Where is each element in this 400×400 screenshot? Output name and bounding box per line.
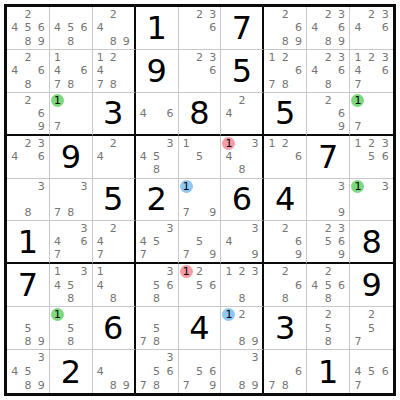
cell-r3c8[interactable]: 269 xyxy=(307,93,350,136)
candidate-6 xyxy=(120,279,133,292)
cell-r4c9[interactable]: 12356 xyxy=(350,136,393,179)
candidate-9 xyxy=(292,379,305,392)
candidate-grid: 12478 xyxy=(93,50,134,92)
candidate-7: 7 xyxy=(51,78,64,91)
cell-value: 8 xyxy=(361,226,381,258)
candidate-8: 8 xyxy=(21,335,34,348)
candidate-5 xyxy=(235,279,248,292)
cell-r4c8[interactable]: 7 xyxy=(307,136,350,179)
candidate-3: 3 xyxy=(379,180,392,193)
candidate-2 xyxy=(64,8,77,21)
cell-r3c9[interactable]: 17 xyxy=(350,93,393,136)
candidate-4: 4 xyxy=(51,64,64,77)
cell-r4c4[interactable]: 3458 xyxy=(136,136,179,179)
candidate-5 xyxy=(322,107,335,120)
cell-r1c9[interactable]: 2346 xyxy=(350,7,393,50)
cell-r8c2[interactable]: 158 xyxy=(50,307,93,350)
candidate-3 xyxy=(206,222,219,235)
cell-r4c6[interactable]: 1348 xyxy=(221,136,264,179)
cell-value: 3 xyxy=(275,312,295,344)
candidate-9: 9 xyxy=(206,379,219,392)
candidate-3: 3 xyxy=(78,180,91,193)
candidate-2: 2 xyxy=(235,94,248,107)
candidate-4 xyxy=(180,64,193,77)
candidate-7 xyxy=(51,335,64,348)
cell-r7c8[interactable]: 24568 xyxy=(307,264,350,307)
candidate-6 xyxy=(35,322,48,335)
candidate-9: 9 xyxy=(120,379,133,392)
cell-r4c1[interactable]: 2346 xyxy=(7,136,50,179)
candidate-grid: 1238 xyxy=(221,264,262,306)
candidate-grid: 17 xyxy=(50,93,92,134)
candidate-5: 5 xyxy=(193,365,206,378)
cell-r6c1[interactable]: 1 xyxy=(7,221,50,264)
candidate-9 xyxy=(163,163,176,176)
candidate-9: 9 xyxy=(206,206,219,219)
cell-r5c7[interactable]: 4 xyxy=(264,179,307,222)
candidate-6: 6 xyxy=(163,279,176,292)
candidate-8: 8 xyxy=(64,35,77,48)
cell-r4c3[interactable]: 24 xyxy=(93,136,136,179)
candidate-1-highlight-green[interactable]: 1 xyxy=(51,94,64,107)
candidate-1-highlight-red[interactable]: 1 xyxy=(222,137,235,150)
cell-r8c9[interactable]: 257 xyxy=(350,307,393,350)
candidate-grid: 489 xyxy=(93,350,134,393)
cell-r9c4[interactable]: 35678 xyxy=(136,350,179,393)
cell-r3c4[interactable]: 46 xyxy=(136,93,179,136)
candidate-grid: 148 xyxy=(93,264,134,306)
cell-r1c8[interactable]: 234689 xyxy=(307,7,350,50)
candidate-5: 5 xyxy=(322,322,335,335)
cell-r9c6[interactable]: 389 xyxy=(221,350,264,393)
candidate-4: 4 xyxy=(351,21,364,34)
candidate-grid: 1256 xyxy=(179,264,221,306)
candidate-7 xyxy=(222,120,235,133)
candidate-2: 2 xyxy=(322,222,335,235)
candidate-6: 6 xyxy=(292,150,305,163)
candidate-7 xyxy=(265,35,278,48)
cell-r1c2[interactable]: 4568 xyxy=(50,7,93,50)
candidate-4: 4 xyxy=(137,235,150,248)
candidate-7: 7 xyxy=(180,206,193,219)
candidate-9: 9 xyxy=(335,120,348,133)
candidate-6: 6 xyxy=(163,365,176,378)
cell-r6c8[interactable]: 23569 xyxy=(307,221,350,264)
candidate-grid: 126 xyxy=(264,136,306,178)
candidate-grid: 2346 xyxy=(350,7,393,49)
candidate-3: 3 xyxy=(335,180,348,193)
candidate-5: 5 xyxy=(193,150,206,163)
cell-r6c7[interactable]: 269 xyxy=(264,221,307,264)
cell-value: 6 xyxy=(232,183,252,215)
cell-value: 7 xyxy=(318,141,338,173)
candidate-3: 3 xyxy=(35,137,48,150)
candidate-3: 3 xyxy=(379,8,392,21)
candidate-6: 6 xyxy=(292,235,305,248)
candidate-1-highlight-red[interactable]: 1 xyxy=(180,265,193,278)
candidate-9 xyxy=(379,379,392,392)
candidate-1 xyxy=(308,8,321,21)
candidate-grid: 1289 xyxy=(221,307,262,349)
sudoku-board: 2456894568248912367268923468923462468146… xyxy=(4,4,396,396)
candidate-2 xyxy=(193,137,206,150)
cell-r3c6[interactable]: 24 xyxy=(221,93,264,136)
candidate-4: 4 xyxy=(308,279,321,292)
candidate-2 xyxy=(21,180,34,193)
candidate-4 xyxy=(308,322,321,335)
cell-r1c1[interactable]: 245689 xyxy=(7,7,50,50)
cell-r9c2[interactable]: 2 xyxy=(50,350,93,393)
candidate-5: 5 xyxy=(322,279,335,292)
cell-r2c6[interactable]: 5 xyxy=(221,50,264,93)
candidate-8: 8 xyxy=(107,78,120,91)
candidate-4: 4 xyxy=(351,365,364,378)
candidate-9 xyxy=(379,206,392,219)
candidate-3 xyxy=(35,308,48,321)
cell-value: 1 xyxy=(146,12,166,44)
candidate-grid: 2346 xyxy=(7,136,49,178)
cell-r3c7[interactable]: 5 xyxy=(264,93,307,136)
candidate-8: 8 xyxy=(21,206,34,219)
candidate-2: 2 xyxy=(365,137,378,150)
candidate-grid: 3458 xyxy=(136,136,178,178)
candidate-3 xyxy=(35,8,48,21)
candidate-6 xyxy=(163,150,176,163)
candidate-4 xyxy=(222,279,235,292)
candidate-6: 6 xyxy=(206,21,219,34)
cell-value: 6 xyxy=(103,312,123,344)
candidate-8: 8 xyxy=(322,78,335,91)
cell-r5c5[interactable]: 179 xyxy=(179,179,222,222)
candidate-8: 8 xyxy=(322,35,335,48)
cell-r4c7[interactable]: 126 xyxy=(264,136,307,179)
candidate-3 xyxy=(120,351,133,364)
candidate-4 xyxy=(180,193,193,206)
candidate-6 xyxy=(78,279,91,292)
cell-r9c8[interactable]: 1 xyxy=(307,350,350,393)
cell-r7c7[interactable]: 268 xyxy=(264,264,307,307)
candidate-3 xyxy=(120,8,133,21)
candidate-1 xyxy=(137,265,150,278)
cell-r5c2[interactable]: 378 xyxy=(50,179,93,222)
candidate-7 xyxy=(222,163,235,176)
candidate-4: 4 xyxy=(51,279,64,292)
candidate-5: 5 xyxy=(21,365,34,378)
cell-r7c1[interactable]: 7 xyxy=(7,264,50,307)
cell-r9c3[interactable]: 489 xyxy=(93,350,136,393)
candidate-9 xyxy=(163,292,176,305)
cell-r6c9[interactable]: 8 xyxy=(350,221,393,264)
cell-r6c6[interactable]: 349 xyxy=(221,221,264,264)
cell-r8c5[interactable]: 4 xyxy=(179,307,222,350)
candidate-2: 2 xyxy=(21,51,34,64)
cell-r3c1[interactable]: 269 xyxy=(7,93,50,136)
cell-r5c9[interactable]: 13 xyxy=(350,179,393,222)
cell-r2c7[interactable]: 12678 xyxy=(264,50,307,93)
candidate-8 xyxy=(150,248,163,261)
cell-r5c3[interactable]: 5 xyxy=(93,179,136,222)
candidate-5 xyxy=(235,322,248,335)
candidate-7 xyxy=(137,163,150,176)
candidate-3: 3 xyxy=(163,351,176,364)
candidate-7: 7 xyxy=(351,335,364,348)
candidate-7 xyxy=(94,35,107,48)
candidate-3: 3 xyxy=(35,351,48,364)
cell-r7c3[interactable]: 148 xyxy=(93,264,136,307)
cell-r1c5[interactable]: 236 xyxy=(179,7,222,50)
candidate-3 xyxy=(120,137,133,150)
candidate-5: 5 xyxy=(64,322,77,335)
candidate-2: 2 xyxy=(21,8,34,21)
cell-r7c2[interactable]: 13458 xyxy=(50,264,93,307)
candidate-6 xyxy=(248,279,261,292)
cell-value: 1 xyxy=(318,356,338,388)
candidate-5: 5 xyxy=(365,365,378,378)
candidate-9 xyxy=(78,35,91,48)
candidate-6: 6 xyxy=(35,64,48,77)
candidate-3: 3 xyxy=(335,51,348,64)
candidate-7 xyxy=(8,35,21,48)
candidate-2: 2 xyxy=(235,265,248,278)
cell-r6c5[interactable]: 579 xyxy=(179,221,222,264)
candidate-2 xyxy=(365,180,378,193)
candidate-3 xyxy=(292,137,305,150)
candidate-3 xyxy=(163,94,176,107)
cell-r5c4[interactable]: 2 xyxy=(136,179,179,222)
candidate-1 xyxy=(137,351,150,364)
candidate-8 xyxy=(235,248,248,261)
candidate-3 xyxy=(248,308,261,321)
candidate-9 xyxy=(35,206,48,219)
candidate-2 xyxy=(64,180,77,193)
candidate-5 xyxy=(64,64,77,77)
candidate-grid: 257 xyxy=(350,307,393,349)
candidate-8 xyxy=(64,248,77,261)
candidate-grid: 46 xyxy=(136,93,178,134)
candidate-5 xyxy=(193,64,206,77)
cell-r8c6[interactable]: 1289 xyxy=(221,307,264,350)
candidate-5 xyxy=(107,21,120,34)
candidate-9: 9 xyxy=(120,35,133,48)
candidate-2: 2 xyxy=(365,8,378,21)
candidate-5 xyxy=(235,365,248,378)
candidate-3 xyxy=(379,308,392,321)
candidate-4 xyxy=(180,235,193,248)
cell-r2c9[interactable]: 123467 xyxy=(350,50,393,93)
candidate-8 xyxy=(365,206,378,219)
candidate-4: 4 xyxy=(51,235,64,248)
cell-r8c8[interactable]: 258 xyxy=(307,307,350,350)
cell-r2c4[interactable]: 9 xyxy=(136,50,179,93)
candidate-grid: 579 xyxy=(179,221,221,262)
candidate-6 xyxy=(120,365,133,378)
candidate-8 xyxy=(64,120,77,133)
candidate-9: 9 xyxy=(335,35,348,48)
candidate-9 xyxy=(335,335,348,348)
candidate-8 xyxy=(193,292,206,305)
candidate-7 xyxy=(94,292,107,305)
candidate-7 xyxy=(351,35,364,48)
cell-r8c7[interactable]: 3 xyxy=(264,307,307,350)
candidate-9 xyxy=(206,163,219,176)
candidate-6: 6 xyxy=(35,107,48,120)
candidate-9 xyxy=(78,120,91,133)
candidate-6 xyxy=(248,150,261,163)
cell-r3c5[interactable]: 8 xyxy=(179,93,222,136)
cell-r7c4[interactable]: 3568 xyxy=(136,264,179,307)
candidate-1-highlight-green[interactable]: 1 xyxy=(51,308,64,321)
candidate-2 xyxy=(235,351,248,364)
cell-value: 2 xyxy=(61,356,81,388)
candidate-8: 8 xyxy=(235,292,248,305)
candidate-8 xyxy=(193,163,206,176)
cell-r4c5[interactable]: 15 xyxy=(179,136,222,179)
cell-r6c4[interactable]: 3457 xyxy=(136,221,179,264)
candidate-6 xyxy=(163,322,176,335)
candidate-1-highlight-green[interactable]: 1 xyxy=(351,94,364,107)
candidate-6: 6 xyxy=(335,279,348,292)
candidate-3 xyxy=(379,351,392,364)
candidate-5: 5 xyxy=(365,150,378,163)
cell-r7c5[interactable]: 1256 xyxy=(179,264,222,307)
cell-value: 7 xyxy=(18,269,38,301)
candidate-9 xyxy=(248,120,261,133)
candidate-1: 1 xyxy=(351,137,364,150)
candidate-8 xyxy=(322,206,335,219)
candidate-2 xyxy=(107,265,120,278)
cell-r7c9[interactable]: 9 xyxy=(350,264,393,307)
candidate-4: 4 xyxy=(94,150,107,163)
candidate-8 xyxy=(193,78,206,91)
candidate-2 xyxy=(64,94,77,107)
cell-r3c2[interactable]: 17 xyxy=(50,93,93,136)
candidate-2 xyxy=(150,308,163,321)
candidate-7: 7 xyxy=(265,78,278,91)
candidate-1 xyxy=(180,51,193,64)
cell-r1c6[interactable]: 7 xyxy=(221,7,264,50)
candidate-2 xyxy=(64,222,77,235)
candidate-1 xyxy=(8,8,21,21)
cell-r1c7[interactable]: 2689 xyxy=(264,7,307,50)
cell-r6c2[interactable]: 3467 xyxy=(50,221,93,264)
cell-r9c5[interactable]: 5679 xyxy=(179,350,222,393)
candidate-2 xyxy=(150,94,163,107)
cell-r1c4[interactable]: 1 xyxy=(136,7,179,50)
candidate-5: 5 xyxy=(64,279,77,292)
candidate-3 xyxy=(292,8,305,21)
candidate-6 xyxy=(248,235,261,248)
candidate-3: 3 xyxy=(78,222,91,235)
candidate-5 xyxy=(235,107,248,120)
candidate-6: 6 xyxy=(379,365,392,378)
cell-r8c1[interactable]: 589 xyxy=(7,307,50,350)
candidate-6 xyxy=(206,193,219,206)
cell-r2c8[interactable]: 23468 xyxy=(307,50,350,93)
candidate-2: 2 xyxy=(193,51,206,64)
candidate-9: 9 xyxy=(248,379,261,392)
candidate-8: 8 xyxy=(64,78,77,91)
candidate-9: 9 xyxy=(335,248,348,261)
cell-r8c3[interactable]: 6 xyxy=(93,307,136,350)
candidate-4 xyxy=(222,322,235,335)
candidate-1 xyxy=(222,351,235,364)
candidate-1 xyxy=(308,265,321,278)
candidate-1-highlight-blue[interactable]: 1 xyxy=(222,308,235,321)
candidate-grid: 269 xyxy=(264,221,306,262)
candidate-5 xyxy=(107,279,120,292)
candidate-1: 1 xyxy=(222,265,235,278)
cell-value: 8 xyxy=(189,97,209,129)
candidate-6 xyxy=(35,365,48,378)
candidate-grid: 589 xyxy=(7,307,49,349)
candidate-grid: 234689 xyxy=(307,7,349,49)
candidate-9 xyxy=(163,120,176,133)
candidate-9 xyxy=(78,335,91,348)
cell-r3c3[interactable]: 3 xyxy=(93,93,136,136)
candidate-2: 2 xyxy=(21,137,34,150)
candidate-5 xyxy=(322,64,335,77)
candidate-3 xyxy=(120,265,133,278)
cell-r2c3[interactable]: 12478 xyxy=(93,50,136,93)
candidate-5: 5 xyxy=(150,279,163,292)
candidate-grid: 269 xyxy=(7,93,49,134)
candidate-1-highlight-green[interactable]: 1 xyxy=(351,180,364,193)
cell-r8c4[interactable]: 578 xyxy=(136,307,179,350)
cell-r9c1[interactable]: 34589 xyxy=(7,350,50,393)
cell-r9c7[interactable]: 678 xyxy=(264,350,307,393)
candidate-6 xyxy=(379,322,392,335)
cell-r4c2[interactable]: 9 xyxy=(50,136,93,179)
candidate-3: 3 xyxy=(379,137,392,150)
cell-r2c2[interactable]: 14678 xyxy=(50,50,93,93)
candidate-5 xyxy=(365,107,378,120)
candidate-7: 7 xyxy=(265,379,278,392)
cell-r6c3[interactable]: 247 xyxy=(93,221,136,264)
candidate-4 xyxy=(265,21,278,34)
candidate-2: 2 xyxy=(322,51,335,64)
candidate-9 xyxy=(120,248,133,261)
candidate-8: 8 xyxy=(279,292,292,305)
candidate-9: 9 xyxy=(335,206,348,219)
candidate-5: 5 xyxy=(150,322,163,335)
cell-r9c9[interactable]: 4567 xyxy=(350,350,393,393)
cell-r5c6[interactable]: 6 xyxy=(221,179,264,222)
candidate-6: 6 xyxy=(78,64,91,77)
candidate-2: 2 xyxy=(107,222,120,235)
candidate-2 xyxy=(365,94,378,107)
candidate-7 xyxy=(308,35,321,48)
cell-r2c5[interactable]: 236 xyxy=(179,50,222,93)
cell-r5c1[interactable]: 38 xyxy=(7,179,50,222)
candidate-1-highlight-blue[interactable]: 1 xyxy=(180,180,193,193)
cell-r5c8[interactable]: 39 xyxy=(307,179,350,222)
candidate-3 xyxy=(120,51,133,64)
cell-r7c6[interactable]: 1238 xyxy=(221,264,264,307)
candidate-5 xyxy=(21,150,34,163)
candidate-3 xyxy=(78,51,91,64)
candidate-2: 2 xyxy=(365,308,378,321)
candidate-8: 8 xyxy=(107,379,120,392)
cell-r1c3[interactable]: 2489 xyxy=(93,7,136,50)
candidate-5: 5 xyxy=(64,21,77,34)
candidate-7: 7 xyxy=(51,206,64,219)
candidate-1 xyxy=(308,94,321,107)
candidate-5 xyxy=(322,21,335,34)
candidate-2 xyxy=(150,351,163,364)
cell-r2c1[interactable]: 2468 xyxy=(7,50,50,93)
candidate-1 xyxy=(51,222,64,235)
candidate-8 xyxy=(235,120,248,133)
